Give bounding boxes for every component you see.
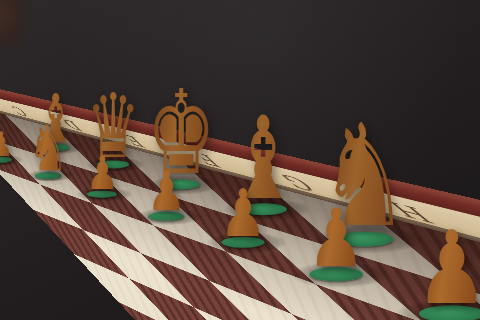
pawn-glyph: ♟ (371, 218, 480, 320)
chess-photo-scene: ABCDEFGH ♜♝♛♚♝♞♟♞♟♟♟♟♟ (0, 0, 480, 320)
background-object (0, 0, 24, 46)
